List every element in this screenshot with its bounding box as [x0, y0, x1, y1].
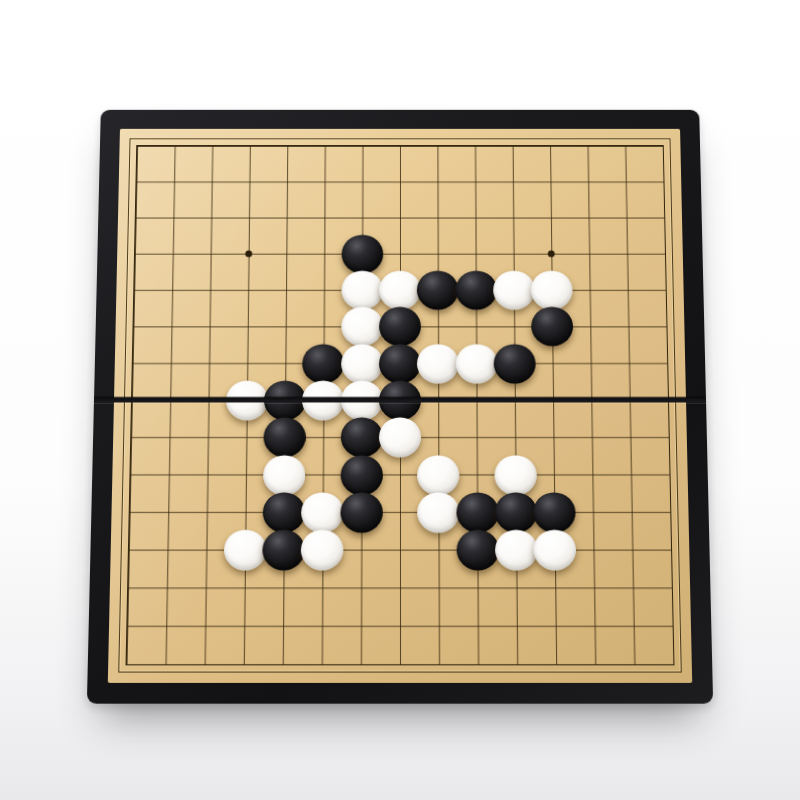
- white-stone[interactable]: [533, 530, 576, 571]
- black-stone[interactable]: [340, 455, 382, 495]
- black-stone[interactable]: [379, 307, 421, 346]
- black-stone[interactable]: [456, 492, 499, 532]
- white-stone[interactable]: [301, 492, 344, 532]
- white-stone[interactable]: [341, 307, 383, 346]
- white-stone[interactable]: [263, 455, 306, 495]
- black-stone[interactable]: [264, 381, 306, 421]
- white-stone[interactable]: [226, 381, 268, 421]
- product-photo: [0, 0, 800, 800]
- white-stone[interactable]: [379, 418, 421, 458]
- star-point: [245, 250, 252, 257]
- star-point: [548, 250, 555, 257]
- black-stone[interactable]: [455, 271, 497, 310]
- black-stone[interactable]: [456, 530, 499, 571]
- black-stone[interactable]: [495, 492, 538, 532]
- black-stone[interactable]: [303, 344, 345, 383]
- white-stone[interactable]: [417, 344, 459, 383]
- black-stone[interactable]: [493, 344, 535, 383]
- black-stone[interactable]: [531, 307, 573, 346]
- black-stone[interactable]: [340, 418, 382, 458]
- white-stone[interactable]: [341, 381, 383, 421]
- black-stone[interactable]: [262, 530, 305, 571]
- white-stone[interactable]: [494, 455, 537, 495]
- black-stone[interactable]: [340, 492, 382, 532]
- white-stone[interactable]: [224, 530, 267, 571]
- white-stone[interactable]: [417, 455, 459, 495]
- board-perspective-wrapper: [0, 0, 800, 800]
- black-stone[interactable]: [263, 492, 306, 532]
- board-frame: [87, 110, 713, 704]
- white-stone[interactable]: [301, 530, 344, 571]
- white-stone[interactable]: [302, 381, 344, 421]
- white-stone[interactable]: [455, 344, 497, 383]
- black-stone[interactable]: [417, 271, 459, 310]
- white-stone[interactable]: [341, 344, 383, 383]
- black-stone[interactable]: [379, 381, 421, 421]
- black-stone[interactable]: [533, 492, 576, 532]
- white-stone[interactable]: [495, 530, 538, 571]
- white-stone[interactable]: [531, 271, 573, 310]
- board-surface: [108, 129, 692, 683]
- white-stone[interactable]: [493, 271, 535, 310]
- black-stone[interactable]: [379, 344, 421, 383]
- white-stone[interactable]: [379, 271, 421, 310]
- white-stone[interactable]: [417, 492, 459, 532]
- board-grid[interactable]: [126, 145, 675, 665]
- white-stone[interactable]: [341, 271, 383, 310]
- black-stone[interactable]: [341, 235, 383, 274]
- black-stone[interactable]: [264, 418, 306, 458]
